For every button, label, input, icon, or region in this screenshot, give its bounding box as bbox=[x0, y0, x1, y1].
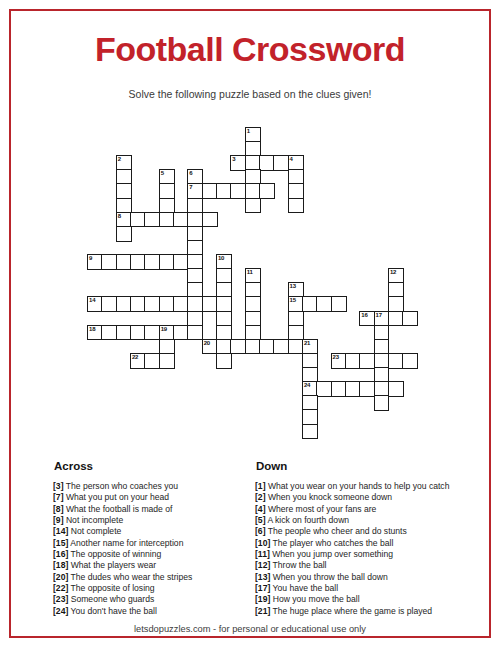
grid-cell-r18c21[interactable] bbox=[388, 381, 404, 397]
clue-number-7: 7 bbox=[189, 184, 192, 191]
clue-number-21: 21 bbox=[304, 340, 310, 347]
down-heading: Down bbox=[256, 460, 497, 472]
clue-number-6: 6 bbox=[189, 170, 192, 177]
down-clue-4: [4] Where most of your fans are bbox=[255, 504, 497, 515]
clue-number-1: 1 bbox=[247, 128, 250, 135]
clue-number-23: 23 bbox=[333, 354, 339, 361]
clue-number-22: 22 bbox=[132, 354, 138, 361]
across-clue-15: [15] Another name for interception bbox=[53, 538, 253, 549]
clue-label-16: [16] bbox=[53, 549, 68, 559]
down-clue-list: [1] What you wear on your hands to help … bbox=[255, 481, 497, 617]
down-clue-2: [2] When you knock someone down bbox=[255, 492, 497, 503]
across-heading: Across bbox=[54, 460, 253, 472]
down-clue-10: [10] The player who catches the ball bbox=[255, 538, 497, 549]
clue-label-7: [7] bbox=[53, 492, 64, 502]
clue-label-3: [3] bbox=[53, 481, 64, 491]
grid-cell-r7c2[interactable] bbox=[116, 226, 132, 242]
page-title: Football Crossword bbox=[0, 30, 500, 69]
clue-label-24: [24] bbox=[53, 606, 68, 616]
clue-number-15: 15 bbox=[290, 297, 296, 304]
clue-number-18: 18 bbox=[89, 326, 95, 333]
clue-number-10: 10 bbox=[218, 255, 224, 262]
clue-number-9: 9 bbox=[89, 255, 92, 262]
down-clues-section: Down [1] What you wear on your hands to … bbox=[255, 460, 497, 617]
across-clue-24: [24] You don't have the ball bbox=[53, 606, 253, 617]
down-clue-21: [21] The huge place where the game is pl… bbox=[255, 606, 497, 617]
clue-label-18: [18] bbox=[53, 560, 68, 570]
grid-cell-r5c14[interactable] bbox=[288, 198, 304, 214]
grid-cell-r19c20[interactable] bbox=[374, 395, 390, 411]
down-clue-17: [17] You have the ball bbox=[255, 583, 497, 594]
clue-label-2: [2] bbox=[255, 492, 266, 502]
page-subtitle: Solve the following puzzle based on the … bbox=[0, 88, 500, 100]
footer-credit: letsdopuzzles.com - for personal or educ… bbox=[0, 624, 500, 634]
clue-number-13: 13 bbox=[290, 283, 296, 290]
grid-cell-r16c22[interactable] bbox=[402, 353, 418, 369]
clue-label-17: [17] bbox=[255, 583, 270, 593]
grid-cell-r6c8[interactable] bbox=[202, 212, 218, 228]
down-clue-1: [1] What you wear on your hands to help … bbox=[255, 481, 497, 492]
crossword-grid: 123456789101112131415161718192021222324 bbox=[87, 127, 417, 438]
clue-number-24: 24 bbox=[304, 382, 310, 389]
across-clue-14: [14] Not complete bbox=[53, 526, 253, 537]
across-clue-18: [18] What the players wear bbox=[53, 560, 253, 571]
clue-number-14: 14 bbox=[89, 297, 95, 304]
clue-number-16: 16 bbox=[361, 312, 367, 319]
clue-number-3: 3 bbox=[232, 156, 235, 163]
clue-number-5: 5 bbox=[161, 170, 164, 177]
clue-number-12: 12 bbox=[390, 269, 396, 276]
clue-label-22: [22] bbox=[53, 583, 68, 593]
clue-number-19: 19 bbox=[161, 326, 167, 333]
grid-cell-r16c9[interactable] bbox=[216, 353, 232, 369]
grid-cell-r5c11[interactable] bbox=[245, 198, 261, 214]
clue-label-10: [10] bbox=[255, 538, 270, 548]
across-clue-3: [3] The person who coaches you bbox=[53, 481, 253, 492]
clue-number-17: 17 bbox=[376, 312, 382, 319]
clue-label-13: [13] bbox=[255, 572, 270, 582]
clue-number-20: 20 bbox=[204, 340, 210, 347]
clue-label-5: [5] bbox=[255, 515, 266, 525]
across-clue-23: [23] Someone who guards bbox=[53, 594, 253, 605]
clue-label-4: [4] bbox=[255, 504, 266, 514]
clue-label-19: [19] bbox=[255, 594, 270, 604]
clue-number-2: 2 bbox=[118, 156, 121, 163]
down-clue-11: [11] When you jump over something bbox=[255, 549, 497, 560]
clue-label-14: [14] bbox=[53, 526, 68, 536]
clue-label-8: [8] bbox=[53, 504, 64, 514]
puzzle-page: Football Crossword Solve the following p… bbox=[0, 0, 500, 647]
clue-label-20: [20] bbox=[53, 572, 68, 582]
across-clue-7: [7] What you put on your head bbox=[53, 492, 253, 503]
across-clue-16: [16] The opposite of winning bbox=[53, 549, 253, 560]
down-clue-13: [13] When you throw the ball down bbox=[255, 572, 497, 583]
down-clue-6: [6] The people who cheer and do stunts bbox=[255, 526, 497, 537]
clue-label-12: [12] bbox=[255, 560, 270, 570]
clue-label-21: [21] bbox=[255, 606, 270, 616]
down-clue-5: [5] A kick on fourth down bbox=[255, 515, 497, 526]
clue-label-9: [9] bbox=[53, 515, 64, 525]
grid-cell-r12c17[interactable] bbox=[331, 296, 347, 312]
down-clue-19: [19] How you move the ball bbox=[255, 594, 497, 605]
grid-cell-r13c22[interactable] bbox=[402, 311, 418, 327]
clue-label-6: [6] bbox=[255, 526, 266, 536]
across-clue-22: [22] The opposite of losing bbox=[53, 583, 253, 594]
clue-number-11: 11 bbox=[247, 269, 253, 276]
clue-label-11: [11] bbox=[255, 549, 270, 559]
clue-label-15: [15] bbox=[53, 538, 68, 548]
grid-cell-r4c12[interactable] bbox=[259, 183, 275, 199]
grid-cell-r16c5[interactable] bbox=[159, 353, 175, 369]
across-clues-section: Across [3] The person who coaches you[7]… bbox=[53, 460, 253, 617]
across-clue-8: [8] What the football is made of bbox=[53, 504, 253, 515]
across-clue-9: [9] Not incomplete bbox=[53, 515, 253, 526]
clue-label-23: [23] bbox=[53, 594, 68, 604]
down-clue-12: [12] Throw the ball bbox=[255, 560, 497, 571]
clue-number-8: 8 bbox=[118, 213, 121, 220]
across-clue-20: [20] The dudes who wear the stripes bbox=[53, 572, 253, 583]
across-clue-list: [3] The person who coaches you[7] What y… bbox=[53, 481, 253, 617]
clue-number-4: 4 bbox=[290, 156, 293, 163]
clue-label-1: [1] bbox=[255, 481, 266, 491]
grid-cell-r21c15[interactable] bbox=[302, 424, 318, 440]
